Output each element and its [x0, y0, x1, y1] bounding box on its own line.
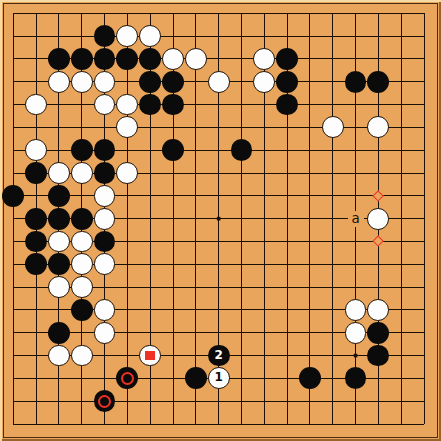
white-stone — [367, 208, 389, 230]
black-stone — [25, 231, 47, 253]
white-stone — [48, 231, 70, 253]
white-stone — [94, 208, 116, 230]
black-stone — [276, 71, 298, 93]
white-stone — [71, 253, 93, 275]
white-stone — [253, 48, 275, 70]
white-stone — [94, 71, 116, 93]
white-stone — [208, 367, 230, 389]
white-stone — [208, 71, 230, 93]
white-stone — [48, 345, 70, 367]
white-stone — [139, 25, 161, 47]
black-stone — [185, 367, 207, 389]
black-stone — [299, 367, 321, 389]
white-stone — [48, 276, 70, 298]
white-stone — [345, 299, 367, 321]
black-stone — [48, 253, 70, 275]
black-stone — [71, 299, 93, 321]
white-stone — [94, 322, 116, 344]
black-stone — [48, 48, 70, 70]
white-stone — [185, 48, 207, 70]
black-stone — [25, 162, 47, 184]
hoshi-point — [217, 217, 221, 221]
black-stone — [48, 185, 70, 207]
white-stone — [322, 116, 344, 138]
black-stone — [71, 139, 93, 161]
go-board: 21a — [0, 0, 441, 441]
black-stone — [71, 208, 93, 230]
black-stone — [48, 322, 70, 344]
black-stone — [94, 162, 116, 184]
white-stone — [94, 185, 116, 207]
black-stone — [276, 48, 298, 70]
black-stone — [48, 208, 70, 230]
white-stone — [71, 231, 93, 253]
white-stone — [71, 71, 93, 93]
white-stone — [71, 345, 93, 367]
white-stone — [162, 48, 184, 70]
white-stone — [94, 299, 116, 321]
black-stone — [116, 48, 138, 70]
black-stone — [345, 71, 367, 93]
black-stone — [94, 48, 116, 70]
white-stone — [48, 162, 70, 184]
black-stone — [2, 185, 24, 207]
black-stone — [139, 71, 161, 93]
white-stone — [345, 322, 367, 344]
black-stone — [25, 208, 47, 230]
black-stone — [25, 253, 47, 275]
black-stone — [139, 48, 161, 70]
black-stone — [162, 71, 184, 93]
white-stone — [367, 299, 389, 321]
black-stone — [367, 71, 389, 93]
white-stone — [71, 162, 93, 184]
hoshi-point — [354, 354, 358, 358]
black-stone — [367, 322, 389, 344]
black-stone — [208, 345, 230, 367]
white-stone — [25, 139, 47, 161]
white-stone — [253, 71, 275, 93]
black-stone — [162, 94, 184, 116]
label-patch — [348, 211, 364, 227]
white-stone — [48, 71, 70, 93]
black-stone — [71, 48, 93, 70]
black-stone — [162, 139, 184, 161]
white-stone — [71, 276, 93, 298]
